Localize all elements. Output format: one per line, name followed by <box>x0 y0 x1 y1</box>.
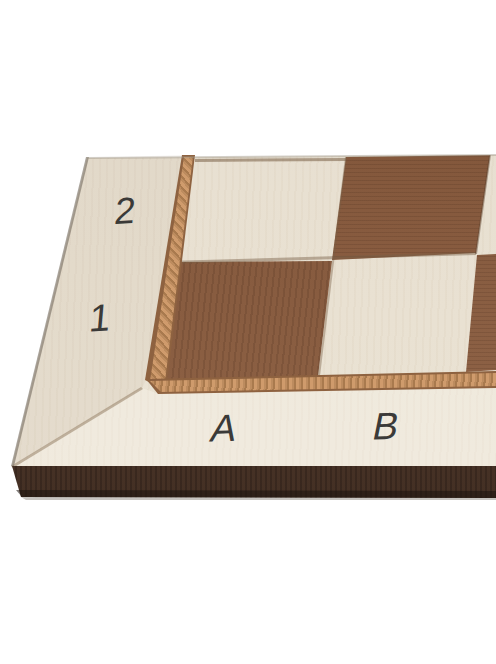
rank-label-2: 2 <box>113 192 137 230</box>
rank-label-1: 1 <box>88 298 112 338</box>
board-photo: 2 1 A B <box>0 0 496 664</box>
